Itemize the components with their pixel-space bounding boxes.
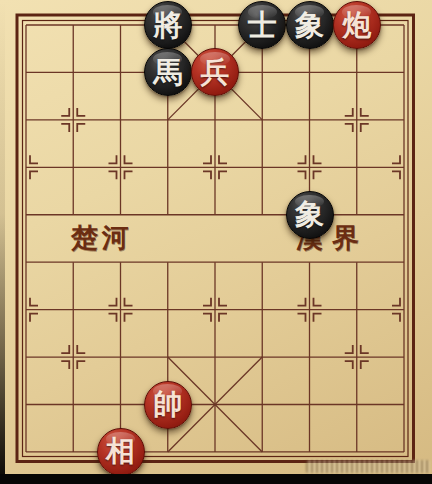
piece-character: 帥	[153, 390, 182, 419]
piece-black-horse[interactable]: 馬	[144, 48, 192, 96]
piece-character: 士	[248, 11, 277, 40]
watermark	[306, 460, 430, 473]
piece-character: 象	[295, 200, 324, 229]
piece-black-advisor[interactable]: 士	[238, 1, 286, 49]
piece-red-general[interactable]: 帥	[144, 381, 192, 429]
piece-black-elephant-2[interactable]: 象	[286, 191, 334, 239]
piece-character: 相	[106, 437, 135, 466]
piece-black-elephant-1[interactable]: 象	[286, 1, 334, 49]
piece-red-cannon[interactable]: 炮	[333, 1, 381, 49]
piece-character: 炮	[342, 11, 371, 40]
piece-black-general[interactable]: 將	[144, 1, 192, 49]
xiangqi-board: 楚河 漢界 將士象炮馬兵象帥相	[0, 0, 432, 484]
piece-character: 將	[153, 11, 182, 40]
piece-character: 馬	[153, 58, 182, 87]
piece-red-soldier[interactable]: 兵	[191, 48, 239, 96]
piece-red-elephant[interactable]: 相	[97, 428, 145, 476]
bottom-black-bar	[0, 474, 432, 484]
pieces-layer: 將士象炮馬兵象帥相	[2, 1, 427, 475]
piece-character: 兵	[201, 58, 230, 87]
piece-character: 象	[295, 11, 324, 40]
